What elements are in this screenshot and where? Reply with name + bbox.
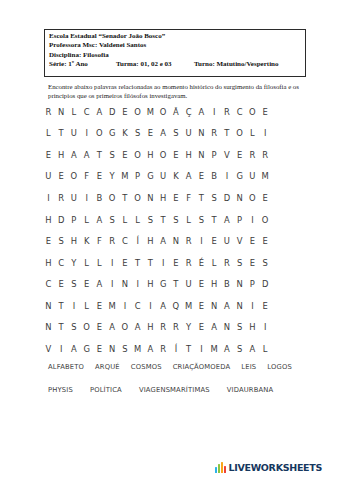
grid-cell[interactable]: I (144, 295, 157, 317)
grid-cell[interactable]: G (144, 166, 157, 188)
grid-cell[interactable]: E (195, 316, 208, 338)
grid-cell[interactable]: I (42, 187, 55, 209)
grid-cell[interactable]: I (68, 295, 81, 317)
grid-cell[interactable]: T (195, 187, 208, 209)
grid-cell[interactable]: H (208, 273, 221, 295)
grid-cell[interactable]: E (259, 295, 272, 317)
grid-cell[interactable]: C (233, 101, 246, 123)
grid-cell[interactable]: O (246, 187, 259, 209)
grid-cell[interactable]: S (144, 209, 157, 231)
grid-cell[interactable]: V (42, 338, 55, 360)
grid-cell[interactable]: E (42, 230, 55, 252)
grid-cell[interactable]: G (106, 123, 119, 145)
grid-cell[interactable]: V (233, 230, 246, 252)
grid-cell[interactable]: R (170, 316, 183, 338)
grid-cell[interactable]: E (195, 295, 208, 317)
teacher-name: Professora Msc: Valdenei Santos (49, 41, 301, 50)
grid-cell[interactable]: I (119, 295, 132, 317)
grid-cell[interactable]: S (131, 123, 144, 145)
grid-cell[interactable]: A (157, 295, 170, 317)
grid-cell[interactable]: A (208, 316, 221, 338)
grid-cell[interactable]: S (259, 252, 272, 274)
grid-cell[interactable]: E (93, 316, 106, 338)
grid-cell[interactable]: E (170, 252, 183, 274)
grid-cell[interactable]: I (195, 230, 208, 252)
grid-cell[interactable]: A (221, 209, 234, 231)
grid-cell[interactable]: R (259, 144, 272, 166)
grid-cell[interactable]: S (106, 144, 119, 166)
grid-cell[interactable]: H (144, 144, 157, 166)
grid-cell[interactable]: S (233, 252, 246, 274)
grid-cell[interactable]: I (80, 187, 93, 209)
grid-cell[interactable]: A (106, 316, 119, 338)
grid-cell[interactable]: O (80, 316, 93, 338)
grid-cell[interactable]: E (195, 166, 208, 188)
grid-cell[interactable]: S (208, 187, 221, 209)
grid-cell[interactable]: H (182, 144, 195, 166)
grid-cell[interactable]: N (170, 230, 183, 252)
instructions-text: Encontre abaixo palavras relacionadas ao… (48, 82, 312, 100)
grid-cell[interactable]: A (195, 101, 208, 123)
grid-cell[interactable]: R (42, 101, 55, 123)
grid-cell[interactable]: F (80, 166, 93, 188)
grid-cell[interactable]: N (119, 273, 132, 295)
grid-cell[interactable]: U (68, 187, 81, 209)
grid-cell[interactable]: T (93, 144, 106, 166)
grid-cell[interactable]: A (157, 230, 170, 252)
grid-cell[interactable]: Ç (182, 101, 195, 123)
grid-cell[interactable]: K (170, 166, 183, 188)
grade-row: Série: 1º Ano Turma: 01, 02 e 03 Turno: … (49, 60, 301, 69)
grid-cell[interactable]: E (93, 295, 106, 317)
liveworksheets-wordmark: LIVEWORKSHEETS (228, 462, 322, 473)
grid-cell[interactable]: O (131, 144, 144, 166)
grid-cell[interactable]: L (93, 252, 106, 274)
liveworksheets-logo[interactable]: LIVEWORKSHEETS (215, 462, 322, 473)
grid-cell[interactable]: Y (182, 316, 195, 338)
grid-cell[interactable]: D (106, 101, 119, 123)
grid-cell[interactable]: U (42, 166, 55, 188)
grid-cell[interactable]: U (221, 230, 234, 252)
grid-cell[interactable]: G (157, 273, 170, 295)
grid-cell[interactable]: O (246, 101, 259, 123)
grid-cell[interactable]: L (68, 101, 81, 123)
header-box: Escola Estadual “Senador João Bosco” Pro… (44, 29, 306, 77)
grid-cell[interactable]: H (246, 316, 259, 338)
grid-cell[interactable]: E (42, 144, 55, 166)
grid-cell[interactable]: E (55, 273, 68, 295)
grid-cell[interactable]: P (208, 144, 221, 166)
grid-cell[interactable]: I (131, 273, 144, 295)
grid-cell[interactable]: E (119, 144, 132, 166)
grid-cell[interactable]: O (131, 101, 144, 123)
grid-cell[interactable]: É (195, 252, 208, 274)
grid-cell[interactable]: E (55, 166, 68, 188)
grid-cell[interactable]: N (144, 187, 157, 209)
grid-cell[interactable]: I (55, 338, 68, 360)
grid-cell[interactable]: G (233, 166, 246, 188)
grid-cell[interactable]: I (259, 123, 272, 145)
grid-cell[interactable]: A (93, 273, 106, 295)
word-item: PHYSIS (48, 386, 73, 394)
grid-cell[interactable]: C (42, 273, 55, 295)
grid-cell[interactable]: P (246, 273, 259, 295)
shift-label: Turno: Matutino/Vespertino (194, 60, 301, 69)
grid-cell[interactable]: T (55, 123, 68, 145)
grid-cell[interactable]: O (259, 209, 272, 231)
grid-cell[interactable]: S (195, 209, 208, 231)
grid-cell[interactable]: T (221, 123, 234, 145)
word-list-row-2: PHYSISPOLÍTICAVIAGENSMARÍTIMASVIDAURBANA (48, 386, 298, 394)
grid-cell[interactable]: M (259, 166, 272, 188)
grid-cell[interactable]: T (55, 295, 68, 317)
grid-cell[interactable]: I (106, 273, 119, 295)
word-item: CRIAÇÃOMOEDA (173, 363, 231, 371)
grid-cell[interactable]: H (144, 316, 157, 338)
grid-cell[interactable]: E (246, 230, 259, 252)
grid-cell[interactable]: L (246, 123, 259, 145)
grid-cell[interactable]: U (182, 123, 195, 145)
grid-cell[interactable]: R (182, 230, 195, 252)
grid-cell[interactable]: E (170, 144, 183, 166)
grid-cell[interactable]: L (80, 295, 93, 317)
grid-cell[interactable]: E (119, 101, 132, 123)
grid-cell[interactable]: I (80, 123, 93, 145)
grid-cell[interactable]: I (157, 252, 170, 274)
grid-cell[interactable]: E (246, 252, 259, 274)
grid-cell[interactable]: G (80, 338, 93, 360)
grid-cell[interactable]: H (144, 273, 157, 295)
word-item: COSMOS (131, 363, 162, 371)
grid-cell[interactable]: N (55, 101, 68, 123)
grid-cell[interactable]: A (221, 338, 234, 360)
grid-cell[interactable]: I (106, 252, 119, 274)
grid-cell[interactable]: I (246, 295, 259, 317)
grid-cell[interactable]: R (157, 338, 170, 360)
grid-cell[interactable]: H (42, 252, 55, 274)
word-item: LEIS (241, 363, 256, 371)
grid-cell[interactable]: O (157, 144, 170, 166)
worksheet-page: Escola Estadual “Senador João Bosco” Pro… (0, 0, 340, 480)
grid-cell[interactable]: T (55, 316, 68, 338)
grid-cell[interactable]: N (233, 273, 246, 295)
grid-cell[interactable]: C (131, 295, 144, 317)
grid-cell[interactable]: O (93, 123, 106, 145)
grid-cell[interactable]: K (119, 123, 132, 145)
word-item: POLÍTICA (90, 386, 122, 394)
grid-cell[interactable]: V (221, 144, 234, 166)
grid-cell[interactable]: S (106, 209, 119, 231)
grid-cell[interactable]: C (55, 252, 68, 274)
grid-cell[interactable]: Ã (170, 101, 183, 123)
grid-cell[interactable]: C (119, 230, 132, 252)
grid-cell[interactable]: D (55, 209, 68, 231)
grid-cell[interactable]: S (233, 338, 246, 360)
grid-cell[interactable]: L (208, 252, 221, 274)
grid-cell[interactable]: B (93, 187, 106, 209)
grid-cell[interactable]: S (170, 123, 183, 145)
grid-cell[interactable]: B (208, 166, 221, 188)
grid-cell[interactable]: L (80, 209, 93, 231)
grid-cell[interactable]: T (157, 209, 170, 231)
grid-cell[interactable]: E (144, 123, 157, 145)
grid-cell[interactable]: O (68, 166, 81, 188)
grade-label: Série: 1º Ano (49, 60, 116, 69)
grid-cell[interactable]: A (144, 338, 157, 360)
grid-cell[interactable]: T (119, 187, 132, 209)
grid-cell[interactable]: D (221, 187, 234, 209)
grid-cell[interactable]: N (106, 338, 119, 360)
grid-cell[interactable]: I (246, 209, 259, 231)
grid-cell[interactable]: T (182, 338, 195, 360)
grid-cell[interactable]: D (259, 273, 272, 295)
grid-cell[interactable]: C (80, 101, 93, 123)
grid-cell[interactable]: I (195, 338, 208, 360)
grid-cell[interactable]: H (55, 144, 68, 166)
grid-cell[interactable]: M (119, 166, 132, 188)
grid-cell[interactable]: T (208, 209, 221, 231)
grid-cell[interactable]: A (68, 338, 81, 360)
grid-cell[interactable]: L (259, 338, 272, 360)
grid-cell[interactable]: A (80, 144, 93, 166)
grid-cell[interactable]: R (55, 187, 68, 209)
grid-cell[interactable]: E (93, 166, 106, 188)
grid-cell[interactable]: R (157, 316, 170, 338)
grid-cell[interactable]: Í (170, 338, 183, 360)
word-list: ALFABETOARQUÉCOSMOSCRIAÇÃOMOEDALEISLOGOS… (48, 363, 298, 394)
grid-cell[interactable]: R (106, 230, 119, 252)
grid-cell[interactable]: E (233, 144, 246, 166)
grid-cell[interactable]: M (131, 338, 144, 360)
grid-cell[interactable]: N (233, 295, 246, 317)
grid-cell[interactable]: R (208, 123, 221, 145)
grid-cell[interactable]: R (221, 101, 234, 123)
grid-cell[interactable]: E (259, 101, 272, 123)
grid-cell[interactable]: H (144, 230, 157, 252)
wordsearch-grid: RNLCADEOMOÃÇAIRCOELTUIOGKSEASUNRTOLIEHAA… (42, 101, 272, 360)
grid-cell[interactable]: Q (170, 295, 183, 317)
grid-cell[interactable]: F (182, 187, 195, 209)
grid-cell[interactable]: B (221, 273, 234, 295)
grid-cell[interactable]: A (221, 295, 234, 317)
grid-cell[interactable]: N (195, 123, 208, 145)
grid-cell[interactable]: N (195, 144, 208, 166)
grid-cell[interactable]: P (131, 166, 144, 188)
grid-cell[interactable]: S (119, 338, 132, 360)
grid-cell[interactable]: N (42, 316, 55, 338)
grid-cell[interactable]: S (170, 209, 183, 231)
grid-cell[interactable]: Y (68, 252, 81, 274)
grid-cell[interactable]: E (93, 338, 106, 360)
word-item: LOGOS (267, 363, 292, 371)
grid-cell[interactable]: K (80, 230, 93, 252)
word-item: VIAGENSMARÍTIMAS (139, 386, 210, 394)
grid-cell[interactable]: E (170, 187, 183, 209)
grid-cell[interactable]: T (170, 273, 183, 295)
grid-cell[interactable]: A (131, 316, 144, 338)
grid-cell[interactable]: M (182, 295, 195, 317)
grid-cell[interactable]: S (55, 230, 68, 252)
grid-cell[interactable]: S (233, 316, 246, 338)
word-list-row-1: ALFABETOARQUÉCOSMOSCRIAÇÃOMOEDALEISLOGOS (48, 363, 298, 371)
word-item: VIDAURBANA (227, 386, 274, 394)
grid-cell[interactable]: E (259, 230, 272, 252)
grid-cell[interactable]: U (68, 123, 81, 145)
grid-cell[interactable]: A (93, 209, 106, 231)
grid-cell[interactable]: E (259, 187, 272, 209)
grid-cell[interactable]: S (68, 273, 81, 295)
grid-cell[interactable]: R (221, 252, 234, 274)
grid-cell[interactable]: L (119, 209, 132, 231)
grid-cell[interactable]: O (131, 187, 144, 209)
grid-cell[interactable]: F (93, 230, 106, 252)
grid-cell[interactable]: A (93, 101, 106, 123)
class-group-label: Turma: 01, 02 e 03 (116, 60, 194, 69)
school-name: Escola Estadual “Senador João Bosco” (49, 32, 301, 41)
grid-cell[interactable]: R (182, 252, 195, 274)
grid-cell[interactable]: O (119, 316, 132, 338)
grid-cell[interactable]: O (233, 123, 246, 145)
grid-cell[interactable]: L (182, 209, 195, 231)
grid-cell[interactable]: E (119, 252, 132, 274)
grid-cell[interactable]: N (208, 295, 221, 317)
grid-cell[interactable]: R (246, 144, 259, 166)
word-item: ALFABETO (48, 363, 84, 371)
grid-cell[interactable]: I (221, 166, 234, 188)
grid-cell[interactable]: L (80, 252, 93, 274)
word-item: ARQUÉ (95, 363, 120, 371)
grid-cell[interactable]: A (157, 123, 170, 145)
grid-cell[interactable]: U (182, 273, 195, 295)
grid-cell[interactable]: T (144, 252, 157, 274)
grid-cell[interactable]: A (182, 166, 195, 188)
grid-cell[interactable]: A (68, 144, 81, 166)
grid-cell[interactable]: M (106, 295, 119, 317)
grid-cell[interactable]: O (106, 187, 119, 209)
grid-cell[interactable]: Í (131, 230, 144, 252)
grid-cell[interactable]: M (208, 338, 221, 360)
grid-cell[interactable]: H (157, 187, 170, 209)
grid-cell[interactable]: S (68, 316, 81, 338)
subject-name: Disciplina: Filosofia (49, 51, 301, 60)
grid-cell[interactable]: M (144, 101, 157, 123)
grid-cell[interactable]: N (233, 187, 246, 209)
grid-cell[interactable]: I (259, 316, 272, 338)
grid-cell[interactable]: P (68, 209, 81, 231)
grid-cell[interactable]: Y (106, 166, 119, 188)
grid-cell[interactable]: E (80, 273, 93, 295)
grid-cell[interactable]: H (42, 209, 55, 231)
grid-cell[interactable]: I (208, 101, 221, 123)
grid-cell[interactable]: U (157, 166, 170, 188)
grid-cell[interactable]: N (42, 295, 55, 317)
grid-cell[interactable]: L (131, 209, 144, 231)
grid-cell[interactable]: O (157, 101, 170, 123)
grid-cell[interactable]: H (68, 230, 81, 252)
grid-cell[interactable]: E (195, 273, 208, 295)
grid-cell[interactable]: N (221, 316, 234, 338)
grid-cell[interactable]: U (246, 166, 259, 188)
grid-cell[interactable]: E (208, 230, 221, 252)
grid-cell[interactable]: P (233, 209, 246, 231)
liveworksheets-bars-icon (215, 462, 226, 473)
grid-cell[interactable]: L (42, 123, 55, 145)
grid-cell[interactable]: A (246, 338, 259, 360)
grid-cell[interactable]: T (131, 252, 144, 274)
